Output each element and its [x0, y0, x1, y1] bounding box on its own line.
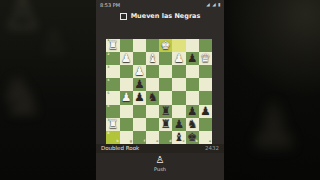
square-b1[interactable] — [186, 39, 199, 52]
coordinate-rank-label: 3 — [107, 66, 109, 69]
square-h8[interactable]: 8h — [106, 131, 119, 144]
square-d1[interactable]: ♚ — [159, 39, 172, 52]
square-a8[interactable]: a — [199, 131, 212, 144]
square-h6[interactable]: 6 — [106, 105, 119, 118]
square-g7[interactable] — [120, 118, 133, 131]
side-to-move-label: Mueven las Negras — [131, 12, 201, 20]
piece-black-rook[interactable]: ♜ — [159, 105, 172, 118]
footer-label: Push — [96, 166, 224, 172]
signal-battery-icons: ◢ ◢ ▮ — [206, 2, 221, 7]
status-time: 8:53 PM — [100, 2, 120, 8]
square-h4[interactable]: 4 — [106, 78, 119, 91]
square-h1[interactable]: 1♜ — [106, 39, 119, 52]
piece-white-pawn[interactable]: ♟ — [120, 91, 133, 104]
piece-black-pawn[interactable]: ♟ — [133, 91, 146, 104]
square-b8[interactable]: b♚ — [186, 131, 199, 144]
square-c4[interactable] — [172, 78, 185, 91]
square-g1[interactable] — [120, 39, 133, 52]
piece-white-pawn[interactable]: ♟ — [120, 52, 133, 65]
square-e2[interactable]: ♝ — [146, 52, 159, 65]
square-g8[interactable]: g — [120, 131, 133, 144]
square-c8[interactable]: c♝ — [172, 131, 185, 144]
side-to-move-prompt: Mueven las Negras — [96, 11, 224, 21]
blurred-pawn-icon: ♙ — [40, 26, 69, 58]
puzzle-title: Doubled Rook — [101, 145, 139, 151]
coordinate-rank-label: 5 — [107, 92, 109, 95]
square-a2[interactable]: ♛ — [199, 52, 212, 65]
square-c7[interactable]: ♟ — [172, 118, 185, 131]
blurred-knight-icon: ♞ — [0, 68, 46, 124]
blurred-pawn-icon: ♙ — [2, 0, 43, 36]
square-c6[interactable] — [172, 105, 185, 118]
piece-black-rook[interactable]: ♜ — [159, 118, 172, 131]
square-d5[interactable] — [159, 91, 172, 104]
square-a7[interactable] — [199, 118, 212, 131]
square-d7[interactable]: ♜ — [159, 118, 172, 131]
square-f7[interactable] — [133, 118, 146, 131]
square-a3[interactable] — [199, 65, 212, 78]
square-d3[interactable] — [159, 65, 172, 78]
square-a1[interactable] — [199, 39, 212, 52]
square-g2[interactable]: ♟ — [120, 52, 133, 65]
square-e6[interactable] — [146, 105, 159, 118]
piece-white-rook[interactable]: ♜ — [106, 118, 119, 131]
square-h5[interactable]: 5 — [106, 91, 119, 104]
coordinate-rank-label: 8 — [107, 132, 109, 135]
square-b5[interactable] — [186, 91, 199, 104]
chess-board[interactable]: 1♜♚2♟♝♟♟♛3♟4♟5♟♟♞6♜♟♟7♜♜♟♞8hgfedc♝b♚a — [106, 39, 212, 145]
square-b2[interactable]: ♟ — [186, 52, 199, 65]
square-g3[interactable] — [120, 65, 133, 78]
piece-black-pawn[interactable]: ♟ — [186, 105, 199, 118]
square-e1[interactable] — [146, 39, 159, 52]
square-c3[interactable] — [172, 65, 185, 78]
square-e5[interactable]: ♞ — [146, 91, 159, 104]
piece-black-knight[interactable]: ♞ — [186, 118, 199, 131]
square-c5[interactable] — [172, 91, 185, 104]
puzzle-rating: 2432 — [205, 145, 219, 151]
coordinate-rank-label: 6 — [107, 105, 109, 108]
letterbox-left: ♙ ♙ ♞ — [0, 0, 96, 180]
square-f5[interactable]: ♟ — [133, 91, 146, 104]
piece-white-king[interactable]: ♚ — [159, 39, 172, 52]
square-f1[interactable] — [133, 39, 146, 52]
checkbox-unchecked[interactable] — [120, 13, 127, 20]
coordinate-rank-label: 2 — [107, 53, 109, 56]
piece-white-bishop[interactable]: ♝ — [146, 52, 159, 65]
piece-white-pawn[interactable]: ♟ — [172, 52, 185, 65]
phone-screen: 8:53 PM ◢ ◢ ▮ Mueven las Negras 1♜♚2♟♝♟♟… — [96, 0, 224, 180]
square-g5[interactable]: ♟ — [120, 91, 133, 104]
square-b7[interactable]: ♞ — [186, 118, 199, 131]
piece-white-rook[interactable]: ♜ — [106, 39, 119, 52]
square-h2[interactable]: 2 — [106, 52, 119, 65]
coordinate-rank-label: 4 — [107, 79, 109, 82]
square-a5[interactable] — [199, 91, 212, 104]
square-d8[interactable]: d — [159, 131, 172, 144]
pawn-icon[interactable]: ♙ — [96, 154, 224, 165]
status-bar: 8:53 PM ◢ ◢ ▮ — [96, 0, 224, 9]
square-h3[interactable]: 3 — [106, 65, 119, 78]
piece-black-pawn[interactable]: ♟ — [172, 118, 185, 131]
square-d6[interactable]: ♜ — [159, 105, 172, 118]
piece-black-pawn[interactable]: ♟ — [186, 52, 199, 65]
square-h7[interactable]: 7♜ — [106, 118, 119, 131]
square-a6[interactable]: ♟ — [199, 105, 212, 118]
piece-black-knight[interactable]: ♞ — [146, 91, 159, 104]
blurred-pawn-icon: ♟ — [246, 96, 302, 158]
square-e7[interactable] — [146, 118, 159, 131]
square-b6[interactable]: ♟ — [186, 105, 199, 118]
square-e8[interactable]: e — [146, 131, 159, 144]
square-b3[interactable] — [186, 65, 199, 78]
piece-black-bishop[interactable]: ♝ — [172, 131, 185, 144]
square-g6[interactable] — [120, 105, 133, 118]
piece-black-pawn[interactable]: ♟ — [199, 105, 212, 118]
square-d4[interactable] — [159, 78, 172, 91]
piece-white-queen[interactable]: ♛ — [199, 52, 212, 65]
screenshot-stage: ♙ ♙ ♞ ♟ 8:53 PM ◢ ◢ ▮ Mueven las Negras … — [0, 0, 320, 180]
square-e3[interactable] — [146, 65, 159, 78]
square-f8[interactable]: f — [133, 131, 146, 144]
square-d2[interactable] — [159, 52, 172, 65]
footer-bar: ♙ Push — [96, 153, 224, 180]
square-c2[interactable]: ♟ — [172, 52, 185, 65]
square-c1[interactable] — [172, 39, 185, 52]
square-a4[interactable] — [199, 78, 212, 91]
letterbox-right: ♟ — [224, 0, 320, 180]
square-b4[interactable] — [186, 78, 199, 91]
piece-black-king[interactable]: ♚ — [186, 131, 199, 144]
square-f6[interactable] — [133, 105, 146, 118]
square-f2[interactable] — [133, 52, 146, 65]
